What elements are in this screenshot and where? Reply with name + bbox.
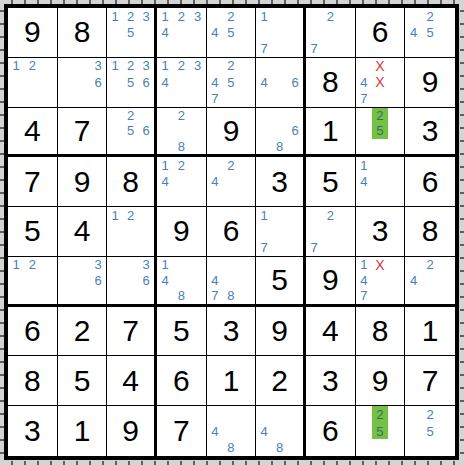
cell-r2c8[interactable]: X4X7 [356,58,406,108]
empty-candidate-slot-9 [138,41,154,57]
cell-r8c9[interactable]: 7 [405,356,455,406]
empty-candidate-slot-4 [306,223,322,239]
cell-r9c3[interactable]: 9 [107,406,157,456]
empty-candidate-slot-7 [405,41,422,57]
empty-candidate-slot-8 [123,240,139,256]
empty-candidate-slot-1 [356,406,372,423]
cell-r1c2[interactable]: 8 [58,8,108,58]
empty-candidate-slot-3 [287,8,303,24]
cell-value: 9 [372,366,389,396]
empty-candidate-slot-6 [189,174,205,190]
cell-value: 6 [24,316,41,346]
cell-r4c3[interactable]: 8 [107,157,157,207]
cell-r1c8[interactable]: 6 [356,8,406,58]
candidate-3: 3 [189,8,205,24]
empty-candidate-slot-1 [405,406,422,423]
empty-candidate-slot-7 [157,139,173,155]
cell-r1c1[interactable]: 9 [8,8,58,58]
empty-candidate-slot-8 [74,288,90,304]
cell-r4c5[interactable]: 24 [207,157,257,207]
empty-candidate-slot-3 [438,257,455,273]
empty-candidate-slot-4 [405,423,422,440]
empty-candidate-slot-6 [40,272,56,288]
empty-candidate-slot-4 [306,24,322,40]
cell-r9c2[interactable]: 1 [58,406,108,456]
empty-candidate-slot-2 [223,257,239,273]
cell-r5c6[interactable]: 17 [256,207,306,257]
cell-value: 5 [173,316,190,346]
empty-candidate-slot-7 [157,190,173,206]
empty-candidate-slot-1 [107,108,123,124]
empty-candidate-slot-9 [189,288,205,304]
cell-r2c4[interactable]: 1234 [157,58,207,108]
empty-candidate-slot-9 [338,240,354,256]
cell-r6c7[interactable]: 9 [306,257,356,307]
cell-r2c1[interactable]: 12 [8,58,58,108]
cell-value: 1 [322,116,339,146]
x-mark-5: X [372,74,388,90]
candidate-4: 4 [157,272,173,288]
candidate-3: 3 [90,257,106,273]
cell-value: 9 [74,167,91,197]
cell-r2c3[interactable]: 12356 [107,58,157,108]
empty-candidate-slot-7 [256,90,272,106]
cell-r1c4[interactable]: 1234 [157,8,207,58]
cell-r3c2[interactable]: 7 [58,108,108,158]
cell-r8c6[interactable]: 2 [256,356,306,406]
cell-r5c1[interactable]: 5 [8,207,58,257]
candidate-8: 8 [173,139,189,155]
empty-candidate-slot-3 [239,406,255,423]
cell-r6c5[interactable]: 478 [207,257,257,307]
candidate-4: 4 [207,423,223,440]
empty-candidate-slot-6 [388,74,404,90]
cell-r8c8[interactable]: 9 [356,356,406,406]
cell-value: 4 [322,316,339,346]
empty-candidate-slot-3 [438,8,455,24]
empty-candidate-slot-6 [438,272,455,288]
candidate-3: 3 [138,8,154,24]
cell-r4c2[interactable]: 9 [58,157,108,207]
empty-candidate-slot-1 [58,58,74,74]
cell-r7c6[interactable]: 9 [256,307,306,357]
empty-candidate-slot-8 [322,240,338,256]
empty-candidate-slot-9 [287,139,303,155]
empty-candidate-slot-5 [272,123,288,139]
empty-candidate-slot-7 [207,41,223,57]
empty-candidate-slot-7 [256,439,272,456]
empty-candidate-slot-4 [256,223,272,239]
cell-r6c3[interactable]: 36 [107,257,157,307]
sudoku-board: 9812351234245172762451236123561234245746… [4,4,459,460]
candidate-5: 5 [372,123,388,139]
empty-candidate-slot-3 [239,58,255,74]
candidate-4: 4 [405,24,422,40]
empty-candidate-slot-7 [8,288,24,304]
cell-r9c6[interactable]: 48 [256,406,306,456]
cell-value: 2 [74,316,91,346]
cell-r5c2[interactable]: 4 [58,207,108,257]
candidate-4: 4 [356,74,372,90]
cell-r8c7[interactable]: 3 [306,356,356,406]
cell-r2c9[interactable]: 9 [405,58,455,108]
cell-r7c5[interactable]: 3 [207,307,257,357]
cell-r4c9[interactable]: 6 [405,157,455,207]
empty-candidate-slot-4 [58,272,74,288]
cell-r1c6[interactable]: 17 [256,8,306,58]
empty-candidate-slot-5 [24,272,40,288]
cell-r2c7[interactable]: 8 [306,58,356,108]
ruler-ticks-bottom [0,461,464,465]
empty-candidate-slot-1 [207,257,223,273]
candidate-2: 2 [223,8,239,24]
empty-candidate-slot-7 [107,90,123,106]
empty-candidate-slot-4 [356,423,372,440]
cell-r8c5[interactable]: 1 [207,356,257,406]
empty-candidate-slot-3 [287,108,303,124]
cell-r3c4[interactable]: 28 [157,108,207,158]
cell-r7c7[interactable]: 4 [306,307,356,357]
empty-candidate-slot-8 [173,41,189,57]
empty-candidate-slot-8 [173,90,189,106]
candidate-2: 2 [223,58,239,74]
ruler-ticks-right [460,0,464,465]
empty-candidate-slot-7 [157,288,173,304]
cell-r3c5[interactable]: 9 [207,108,257,158]
candidate-4: 4 [207,272,223,288]
empty-candidate-slot-1 [356,108,372,124]
candidate-2: 2 [422,8,439,24]
cell-r7c8[interactable]: 8 [356,307,406,357]
cell-r6c9[interactable]: 24 [405,257,455,307]
empty-candidate-slot-1 [405,8,422,24]
empty-candidate-slot-9 [40,288,56,304]
candidate-1: 1 [157,257,173,273]
empty-candidate-slot-9 [388,190,404,206]
cell-r2c5[interactable]: 2457 [207,58,257,108]
cell-r7c3[interactable]: 7 [107,307,157,357]
cell-r8c1[interactable]: 8 [8,356,58,406]
empty-candidate-slot-2 [272,108,288,124]
empty-candidate-slot-9 [438,41,455,57]
empty-candidate-slot-2 [74,257,90,273]
empty-candidate-slot-5 [272,223,288,239]
cell-value: 5 [24,216,41,246]
empty-candidate-slot-5 [223,423,239,440]
empty-candidate-slot-9 [239,190,255,206]
empty-candidate-slot-3 [287,58,303,74]
cell-value: 8 [322,67,339,97]
empty-candidate-slot-8 [123,288,139,304]
candidate-6: 6 [138,74,154,90]
cell-value: 6 [372,17,389,47]
cell-r6c4[interactable]: 148 [157,257,207,307]
empty-candidate-slot-2 [74,58,90,74]
cell-r5c5[interactable]: 6 [207,207,257,257]
cell-r4c4[interactable]: 124 [157,157,207,207]
candidate-3: 3 [138,58,154,74]
candidate-7: 7 [256,41,272,57]
empty-candidate-slot-1 [58,257,74,273]
empty-candidate-slot-3 [388,58,404,74]
cell-r1c7[interactable]: 27 [306,8,356,58]
cell-r4c6[interactable]: 3 [256,157,306,207]
empty-candidate-slot-5 [372,174,388,190]
empty-candidate-slot-6 [189,272,205,288]
candidate-6: 6 [90,74,106,90]
candidate-7: 7 [207,288,223,304]
candidate-3: 3 [138,257,154,273]
cell-value: 5 [74,366,91,396]
empty-candidate-slot-3 [189,257,205,273]
cell-value: 7 [24,167,41,197]
empty-candidate-slot-5 [173,123,189,139]
empty-candidate-slot-5 [74,74,90,90]
cell-value: 3 [322,366,339,396]
candidate-1: 1 [107,207,123,223]
cell-r4c7[interactable]: 5 [306,157,356,207]
candidate-4: 4 [356,174,372,190]
empty-candidate-slot-2 [123,257,139,273]
empty-candidate-slot-7 [256,139,272,155]
cell-value: 7 [422,366,439,396]
cell-value: 8 [24,366,41,396]
candidate-2: 2 [173,58,189,74]
empty-candidate-slot-6 [287,223,303,239]
empty-candidate-slot-1 [256,406,272,423]
candidate-2: 2 [173,157,189,173]
empty-candidate-slot-3 [239,8,255,24]
empty-candidate-slot-3 [388,406,404,423]
empty-candidate-slot-4 [8,272,24,288]
cell-r2c2[interactable]: 36 [58,58,108,108]
cell-r5c9[interactable]: 8 [405,207,455,257]
empty-candidate-slot-3 [40,58,56,74]
candidate-4: 4 [256,74,272,90]
cell-r6c2[interactable]: 36 [58,257,108,307]
cell-value: 1 [74,416,91,446]
empty-candidate-slot-1 [256,108,272,124]
cell-value: 7 [74,116,91,146]
cell-r9c8[interactable]: 25 [356,406,406,456]
cell-r5c4[interactable]: 9 [157,207,207,257]
candidate-8: 8 [272,139,288,155]
empty-candidate-slot-8 [223,190,239,206]
cell-r5c3[interactable]: 12 [107,207,157,257]
empty-candidate-slot-6 [338,24,354,40]
candidate-2: 2 [422,257,439,273]
candidate-5: 5 [123,24,139,40]
empty-candidate-slot-9 [338,41,354,57]
empty-candidate-slot-7 [207,190,223,206]
empty-candidate-slot-7 [107,288,123,304]
empty-candidate-slot-9 [388,90,404,106]
cell-r3c1[interactable]: 4 [8,108,58,158]
empty-candidate-slot-1 [256,58,272,74]
empty-candidate-slot-5 [74,272,90,288]
candidate-2: 2 [123,58,139,74]
cell-value: 7 [173,416,190,446]
candidate-1: 1 [356,157,372,173]
empty-candidate-slot-9 [388,288,404,304]
cell-r3c9[interactable]: 3 [405,108,455,158]
candidate-5: 5 [372,423,388,440]
candidate-8: 8 [173,288,189,304]
empty-candidate-slot-3 [239,157,255,173]
cell-r9c5[interactable]: 48 [207,406,257,456]
candidate-5: 5 [422,423,439,440]
empty-candidate-slot-3 [287,406,303,423]
empty-candidate-slot-8 [123,90,139,106]
cell-r3c8[interactable]: 25 [356,108,406,158]
empty-candidate-slot-5 [322,223,338,239]
empty-candidate-slot-6 [287,24,303,40]
cell-r3c7[interactable]: 1 [306,108,356,158]
empty-candidate-slot-4 [107,272,123,288]
cell-r7c2[interactable]: 2 [58,307,108,357]
candidate-4: 4 [157,74,173,90]
empty-candidate-slot-6 [138,24,154,40]
empty-candidate-slot-5 [173,174,189,190]
cell-r5c8[interactable]: 3 [356,207,406,257]
empty-candidate-slot-2 [272,8,288,24]
empty-candidate-slot-6 [388,123,404,139]
empty-candidate-slot-8 [123,139,139,155]
cell-r1c5[interactable]: 245 [207,8,257,58]
cell-r8c4[interactable]: 6 [157,356,207,406]
empty-candidate-slot-5 [372,272,388,288]
candidate-1: 1 [356,257,372,273]
empty-candidate-slot-6 [189,123,205,139]
empty-candidate-slot-5 [272,423,288,440]
empty-candidate-slot-5 [272,74,288,90]
cell-r4c8[interactable]: 14 [356,157,406,207]
empty-candidate-slot-8 [422,439,439,456]
empty-candidate-slot-4 [107,74,123,90]
cell-r1c9[interactable]: 245 [405,8,455,58]
empty-candidate-slot-1 [207,406,223,423]
candidate-5: 5 [123,123,139,139]
cell-r6c8[interactable]: 1X47 [356,257,406,307]
candidate-7: 7 [306,240,322,256]
cell-r9c9[interactable]: 25 [405,406,455,456]
empty-candidate-slot-3 [239,257,255,273]
x-mark-2: X [372,257,388,273]
empty-candidate-slot-3 [189,108,205,124]
cell-r1c3[interactable]: 1235 [107,8,157,58]
empty-candidate-slot-1 [306,207,322,223]
empty-candidate-slot-3 [40,257,56,273]
candidate-2: 2 [372,406,388,423]
empty-candidate-slot-8 [272,240,288,256]
empty-candidate-slot-8 [24,288,40,304]
candidate-6: 6 [287,123,303,139]
candidate-4: 4 [356,272,372,288]
empty-candidate-slot-4 [157,123,173,139]
candidate-2: 2 [372,108,388,124]
empty-candidate-slot-9 [189,90,205,106]
empty-candidate-slot-7 [356,439,372,456]
empty-candidate-slot-7 [405,288,422,304]
cell-r7c4[interactable]: 5 [157,307,207,357]
cell-r7c1[interactable]: 6 [8,307,58,357]
candidate-2: 2 [24,58,40,74]
empty-candidate-slot-3 [287,207,303,223]
empty-candidate-slot-5 [422,272,439,288]
empty-candidate-slot-7 [157,90,173,106]
cell-r6c6[interactable]: 5 [256,257,306,307]
candidate-8: 8 [223,288,239,304]
cell-value: 8 [74,17,91,47]
candidate-2: 2 [422,406,439,423]
cell-value: 4 [74,216,91,246]
empty-candidate-slot-8 [74,90,90,106]
empty-candidate-slot-8 [372,139,388,155]
empty-candidate-slot-9 [239,90,255,106]
empty-candidate-slot-4 [107,223,123,239]
empty-candidate-slot-9 [287,240,303,256]
candidate-4: 4 [405,272,422,288]
cell-r3c3[interactable]: 256 [107,108,157,158]
empty-candidate-slot-9 [138,139,154,155]
empty-candidate-slot-9 [239,288,255,304]
cell-r5c7[interactable]: 27 [306,207,356,257]
empty-candidate-slot-9 [138,288,154,304]
cell-r9c1[interactable]: 3 [8,406,58,456]
cell-r7c9[interactable]: 1 [405,307,455,357]
empty-candidate-slot-6 [388,174,404,190]
empty-candidate-slot-9 [40,90,56,106]
candidate-8: 8 [272,439,288,456]
cell-r3c6[interactable]: 68 [256,108,306,158]
empty-candidate-slot-5 [322,24,338,40]
empty-candidate-slot-8 [372,190,388,206]
empty-candidate-slot-3 [438,406,455,423]
candidate-2: 2 [223,157,239,173]
cell-r4c1[interactable]: 7 [8,157,58,207]
cell-value: 7 [122,316,139,346]
candidate-5: 5 [123,74,139,90]
empty-candidate-slot-3 [189,157,205,173]
cell-r8c2[interactable]: 5 [58,356,108,406]
empty-candidate-slot-4 [256,24,272,40]
empty-candidate-slot-8 [372,90,388,106]
empty-candidate-slot-8 [272,41,288,57]
empty-candidate-slot-4 [356,123,372,139]
cell-r8c3[interactable]: 4 [107,356,157,406]
cell-value: 4 [122,366,139,396]
candidate-3: 3 [189,58,205,74]
cell-r9c4[interactable]: 7 [157,406,207,456]
empty-candidate-slot-5 [173,74,189,90]
empty-candidate-slot-9 [239,41,255,57]
candidate-2: 2 [123,8,139,24]
empty-candidate-slot-3 [138,108,154,124]
empty-candidate-slot-7 [58,90,74,106]
empty-candidate-slot-9 [388,139,404,155]
cell-r2c6[interactable]: 46 [256,58,306,108]
cell-value: 6 [173,366,190,396]
empty-candidate-slot-6 [239,74,255,90]
candidate-4: 4 [207,74,223,90]
cell-r9c7[interactable]: 6 [306,406,356,456]
cell-r6c1[interactable]: 12 [8,257,58,307]
cell-value: 8 [422,216,439,246]
empty-candidate-slot-1 [405,257,422,273]
empty-candidate-slot-1 [356,58,372,74]
empty-candidate-slot-6 [287,423,303,440]
empty-candidate-slot-9 [189,190,205,206]
